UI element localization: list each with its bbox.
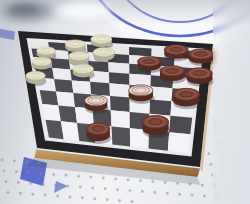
background-blur-smudge-dark [10,4,38,15]
checker-piece-brown[interactable] [138,57,163,73]
checker-piece-brown[interactable] [189,49,216,66]
checker-piece-cream[interactable] [26,71,46,86]
checker-piece-brown[interactable] [87,123,112,144]
checker-piece-cream[interactable] [69,52,91,66]
checker-piece-brown[interactable] [164,45,189,61]
checker-piece-cream[interactable] [32,58,52,72]
background-highlight-smudge [58,2,110,20]
checker-piece-brown[interactable] [160,66,186,84]
photo-stage [0,0,250,204]
table-line-left [0,29,15,40]
checker-piece-cream[interactable] [91,35,113,49]
checker-piece-brown[interactable] [187,68,214,87]
checker-piece-brown[interactable] [173,88,201,109]
corner-marking-small [54,181,68,193]
checker-piece-cream[interactable] [73,64,95,79]
out-of-focus-right-blur [213,0,250,204]
checker-piece-brown[interactable] [142,115,170,138]
checker-piece-brown-light-top[interactable] [129,85,155,104]
checker-piece-brown-light-top[interactable] [85,95,109,114]
checker-piece-cream[interactable] [93,48,116,63]
